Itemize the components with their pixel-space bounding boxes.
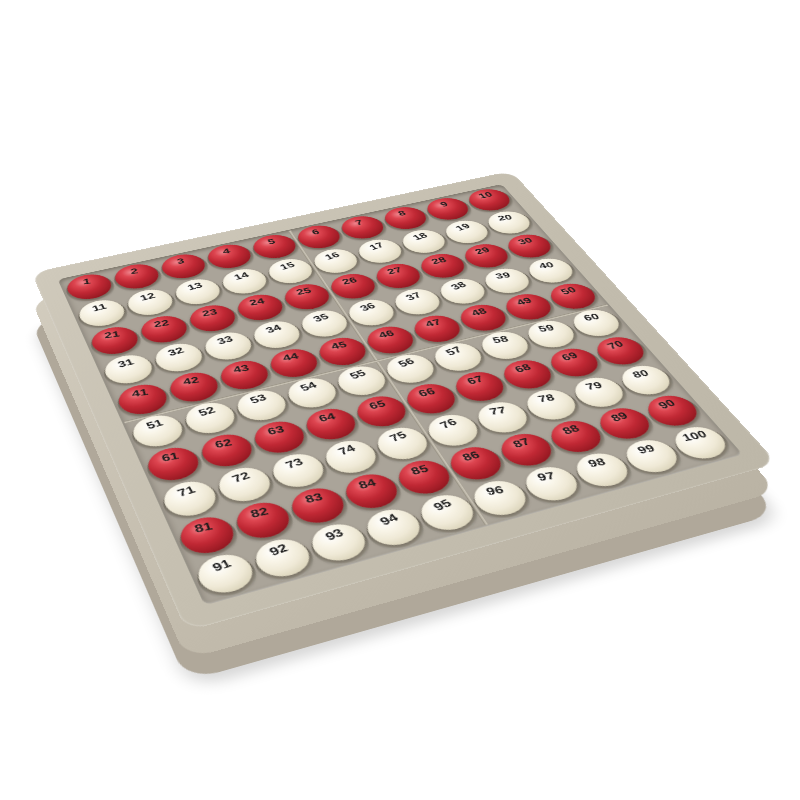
- ball-number: 52: [196, 405, 216, 418]
- tray-ball-panel: 1234567891011121314151617181920212223242…: [58, 184, 743, 605]
- ball-number: 29: [473, 246, 491, 255]
- ball-number: 65: [367, 399, 387, 411]
- ball-number: 99: [635, 443, 656, 455]
- ball-number: 70: [605, 339, 625, 350]
- ball-number: 49: [514, 296, 533, 306]
- ball-number: 41: [131, 387, 149, 398]
- ball-number: 96: [484, 484, 505, 497]
- ball-number: 37: [404, 291, 424, 302]
- ball-number: 22: [153, 318, 170, 328]
- ball-number: 69: [559, 351, 579, 362]
- ball-number: 39: [494, 271, 512, 280]
- ball-number: 46: [377, 329, 396, 340]
- ball-number: 31: [116, 357, 135, 369]
- ball-number: 92: [267, 542, 290, 558]
- ball-number: 82: [249, 506, 270, 520]
- ball-number: 20: [496, 213, 513, 221]
- ball-number: 36: [358, 301, 378, 312]
- ball-number: 34: [264, 323, 283, 334]
- ball-number: 28: [430, 256, 448, 266]
- ball-number: 73: [283, 456, 305, 470]
- ball-number: 74: [336, 443, 358, 457]
- ball-number: 17: [367, 241, 386, 251]
- ball-number: 48: [469, 307, 488, 317]
- ball-number: 2: [130, 267, 139, 275]
- ball-number: 38: [449, 280, 468, 291]
- ball-number: 32: [166, 346, 185, 357]
- ball-number: 57: [443, 345, 464, 357]
- ball-number: 8: [396, 209, 407, 216]
- ball-number: 97: [536, 470, 557, 482]
- ball-number: 4: [221, 247, 231, 255]
- ball-number: 100: [680, 429, 709, 443]
- ball-number: 66: [417, 386, 437, 398]
- ball-number: 25: [295, 286, 313, 296]
- ball-number: 68: [512, 362, 532, 374]
- ball-number: 54: [298, 380, 319, 392]
- ball-number: 59: [537, 323, 556, 333]
- ball-number: 55: [347, 368, 368, 380]
- ball-number: 63: [266, 424, 286, 436]
- ball-number: 87: [511, 436, 533, 449]
- ball-number: 77: [488, 405, 508, 416]
- ball-number: 35: [311, 312, 331, 323]
- ball-number: 75: [387, 430, 409, 443]
- ball-number: 91: [210, 557, 233, 573]
- ball-number: 86: [460, 449, 481, 462]
- ball-number: 6: [310, 228, 320, 236]
- ball-number: 53: [248, 392, 269, 404]
- ball-number: 30: [516, 236, 534, 245]
- ball-number: 78: [536, 393, 556, 404]
- ball-number: 40: [537, 261, 555, 270]
- ball-number: 7: [354, 219, 365, 227]
- ball-number: 64: [317, 411, 337, 423]
- ball-number: 93: [323, 527, 346, 542]
- ball-number: 11: [90, 302, 107, 312]
- ball-number: 1: [83, 277, 92, 285]
- ball-number: 80: [630, 368, 650, 379]
- ball-number: 76: [437, 417, 459, 430]
- tray-top-layer: 1234567891011121314151617181920212223242…: [92, 76, 662, 646]
- ball-number: 84: [357, 477, 378, 490]
- ball-number: 81: [193, 520, 214, 534]
- ball-number: 18: [411, 231, 430, 241]
- ball-number: 89: [608, 410, 630, 423]
- ball-number: 15: [278, 261, 297, 271]
- ball-number: 45: [329, 340, 348, 351]
- ball-grid: 1234567891011121314151617181920212223242…: [60, 185, 740, 603]
- ball-number: 33: [215, 334, 234, 345]
- ball-number: 21: [104, 330, 121, 340]
- ball-number: 50: [559, 285, 578, 295]
- ball-number: 9: [438, 200, 449, 207]
- ball-number: 10: [477, 191, 494, 200]
- ball-number: 51: [144, 418, 164, 431]
- ball-number: 23: [201, 308, 218, 318]
- tray-top-face: 1234567891011121314151617181920212223242…: [32, 171, 778, 632]
- ball-number: 5: [266, 237, 276, 245]
- ball-number: 43: [232, 363, 251, 374]
- ball-number: 13: [186, 281, 204, 291]
- ball-number: 88: [560, 423, 582, 436]
- ball-number: 85: [409, 463, 430, 476]
- ball-number: 83: [303, 491, 324, 504]
- bingo-tray: 1234567891011121314151617181920212223242…: [92, 76, 662, 646]
- ball-number: 62: [214, 437, 234, 449]
- ball-number: 71: [176, 484, 198, 498]
- ball-number: 16: [323, 251, 342, 261]
- ball-number: 44: [281, 351, 300, 362]
- ball-number: 72: [230, 470, 252, 484]
- ball-number: 56: [396, 356, 417, 368]
- ball-number: 61: [160, 451, 179, 463]
- ball-number: 58: [491, 334, 510, 344]
- ball-number: 90: [656, 398, 678, 410]
- ball-number: 67: [465, 374, 485, 386]
- ball-number: 12: [138, 291, 156, 301]
- ball-number: 19: [453, 222, 472, 232]
- ball-number: 14: [232, 271, 250, 281]
- ball-number: 27: [385, 266, 403, 276]
- photo-background: 1234567891011121314151617181920212223242…: [0, 0, 800, 800]
- ball-number: 60: [582, 312, 601, 322]
- ball-number: 47: [423, 318, 442, 329]
- ball-number: 3: [176, 257, 185, 265]
- ball-number: 94: [377, 512, 400, 527]
- ball-number: 24: [248, 297, 266, 307]
- ball-number: 26: [340, 276, 358, 286]
- ball-number: 95: [431, 497, 454, 512]
- ball-number: 79: [584, 380, 604, 391]
- ball-number: 42: [182, 375, 200, 386]
- ball-number: 98: [586, 456, 607, 468]
